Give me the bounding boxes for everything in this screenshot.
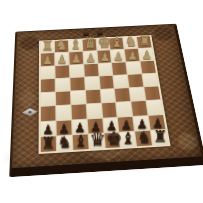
- white-pawn[interactable]: ♟: [126, 50, 139, 61]
- white-bishop[interactable]: ♝: [111, 36, 124, 50]
- square-b1[interactable]: ♞: [57, 135, 72, 151]
- white-rook[interactable]: ♜: [41, 39, 54, 53]
- white-bishop[interactable]: ♝: [69, 38, 82, 52]
- square-f3[interactable]: [117, 102, 133, 116]
- white-pawn[interactable]: ♟: [98, 51, 111, 62]
- white-knight[interactable]: ♞: [55, 39, 68, 53]
- square-e4[interactable]: [100, 89, 115, 103]
- square-h7[interactable]: ♟: [139, 48, 154, 60]
- square-g8[interactable]: ♞: [123, 37, 137, 49]
- chess-board-grid: ♜♞♝♛♚♝♞♜♟♟♟♟♟♟♟♟♟♟♟♟♟♟♟♟♜♞♝♛♚♝♞♜: [39, 35, 171, 154]
- square-a7[interactable]: ♟: [41, 53, 54, 65]
- metal-clasp-icon[interactable]: [22, 108, 38, 116]
- square-a8[interactable]: ♜: [41, 41, 54, 53]
- square-e6[interactable]: [98, 63, 113, 76]
- black-bishop[interactable]: ♝: [121, 131, 136, 147]
- black-rook[interactable]: ♜: [153, 129, 168, 145]
- white-pawn[interactable]: ♟: [84, 52, 97, 63]
- white-pawn[interactable]: ♟: [41, 54, 54, 66]
- square-f7[interactable]: ♟: [111, 50, 125, 62]
- black-rook[interactable]: ♜: [41, 136, 56, 152]
- square-c1[interactable]: ♝: [72, 134, 88, 150]
- carved-diamond-motif-left: [18, 87, 37, 111]
- square-d7[interactable]: ♟: [83, 51, 97, 63]
- square-f4[interactable]: [115, 88, 130, 102]
- square-a3[interactable]: [41, 106, 55, 121]
- square-f1[interactable]: ♝: [120, 131, 136, 147]
- square-b7[interactable]: ♟: [55, 53, 69, 65]
- black-bishop[interactable]: ♝: [73, 134, 88, 150]
- square-c3[interactable]: [71, 105, 86, 120]
- square-f6[interactable]: [112, 62, 127, 75]
- square-h1[interactable]: ♜: [151, 130, 168, 146]
- product-photo-scene: ♜♞♝♛♚♝♞♜♟♟♟♟♟♟♟♟♟♟♟♟♟♟♟♟♜♞♝♛♚♝♞♜: [0, 0, 203, 203]
- square-d1[interactable]: ♛: [88, 133, 104, 149]
- square-g1[interactable]: ♞: [135, 131, 152, 147]
- square-c7[interactable]: ♟: [69, 52, 83, 64]
- white-king[interactable]: ♚: [97, 35, 110, 51]
- white-rook[interactable]: ♜: [138, 34, 151, 48]
- white-pawn[interactable]: ♟: [69, 53, 82, 64]
- square-c4[interactable]: [71, 91, 86, 105]
- square-e3[interactable]: [101, 103, 116, 117]
- square-a6[interactable]: [41, 66, 55, 79]
- white-queen[interactable]: ♛: [83, 35, 96, 51]
- square-g3[interactable]: [132, 101, 148, 115]
- white-pawn[interactable]: ♟: [112, 50, 125, 61]
- square-b8[interactable]: ♞: [55, 41, 68, 53]
- white-pawn[interactable]: ♟: [140, 49, 153, 60]
- square-a4[interactable]: [41, 92, 55, 106]
- square-e1[interactable]: ♚: [104, 132, 120, 148]
- white-knight[interactable]: ♞: [125, 35, 138, 49]
- square-d6[interactable]: [84, 63, 98, 76]
- square-h5[interactable]: [143, 73, 159, 86]
- square-e8[interactable]: ♚: [96, 38, 110, 50]
- square-g6[interactable]: [126, 61, 141, 74]
- square-b3[interactable]: [56, 105, 71, 120]
- black-knight[interactable]: ♞: [57, 135, 72, 151]
- square-f8[interactable]: ♝: [110, 38, 124, 50]
- square-g7[interactable]: ♟: [125, 49, 140, 61]
- square-e7[interactable]: ♟: [97, 50, 111, 62]
- square-c8[interactable]: ♝: [69, 40, 83, 52]
- black-knight[interactable]: ♞: [137, 130, 152, 146]
- square-d4[interactable]: [85, 90, 100, 104]
- chess-box: ♜♞♝♛♚♝♞♜♟♟♟♟♟♟♟♟♟♟♟♟♟♟♟♟♜♞♝♛♚♝♞♜: [9, 24, 203, 178]
- black-queen[interactable]: ♛: [89, 131, 104, 149]
- square-a1[interactable]: ♜: [41, 136, 56, 152]
- square-h8[interactable]: ♜: [137, 36, 152, 48]
- black-king[interactable]: ♚: [105, 130, 120, 148]
- white-pawn[interactable]: ♟: [55, 53, 68, 65]
- rail-knob-icon: [83, 32, 89, 36]
